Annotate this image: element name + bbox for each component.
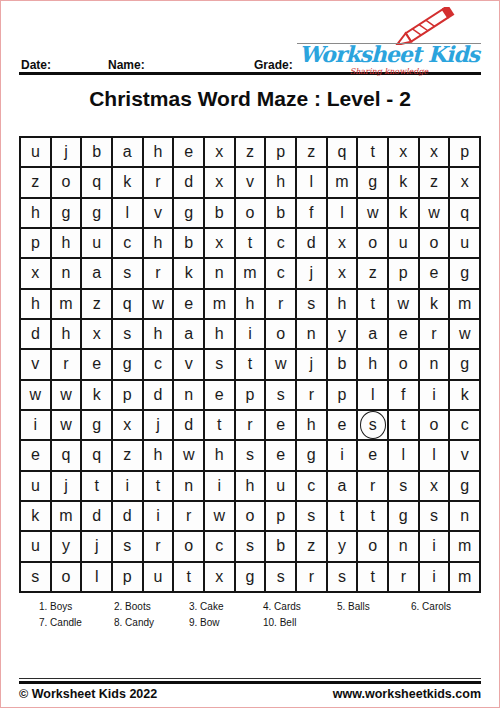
grid-cell-r8c3[interactable]: e (81, 349, 112, 379)
grid-cell-r7c12[interactable]: a (357, 319, 388, 349)
cell-letter: z (93, 296, 101, 312)
grid-cell-r14c9[interactable]: b (265, 531, 296, 561)
grid-cell-r6c2[interactable]: m (51, 289, 82, 319)
grid-cell-r9c6[interactable]: n (173, 380, 204, 410)
cell-letter: r (278, 296, 283, 312)
cell-letter: j (64, 144, 68, 160)
grid-cell-r12c2[interactable]: j (51, 471, 82, 501)
cell-letter: b (276, 538, 285, 554)
grid-cell-r10c14[interactable]: o (419, 410, 450, 440)
cell-letter: s (215, 356, 223, 372)
cell-letter: x (461, 174, 469, 190)
grid-cell-r9c3[interactable]: k (81, 380, 112, 410)
cell-letter: d (307, 235, 316, 251)
cell-letter: u (276, 478, 285, 494)
grid-cell-r2c1[interactable]: z (20, 167, 51, 197)
grid-cell-r4c4[interactable]: c (112, 228, 143, 258)
cell-letter: q (123, 296, 132, 312)
grid-cell-r5c5[interactable]: r (143, 258, 174, 288)
grid-cell-r3c11[interactable]: l (327, 198, 358, 228)
grid-cell-r13c7[interactable]: w (204, 501, 235, 531)
grid-cell-r6c8[interactable]: h (235, 289, 266, 319)
grid-cell-r12c12[interactable]: r (357, 471, 388, 501)
cell-letter: o (62, 174, 71, 190)
grid-cell-r3c3[interactable]: g (81, 198, 112, 228)
cell-letter: l (402, 447, 406, 463)
grid-cell-r5c11[interactable]: x (327, 258, 358, 288)
grid-cell-r12c5[interactable]: t (143, 471, 174, 501)
date-label: Date: (21, 58, 51, 72)
grid-cell-r7c3[interactable]: x (81, 319, 112, 349)
grid-cell-r13c14[interactable]: s (419, 501, 450, 531)
grid-cell-r9c1[interactable]: w (20, 380, 51, 410)
grid-cell-r4c12[interactable]: o (357, 228, 388, 258)
grid-cell-r9c11[interactable]: p (327, 380, 358, 410)
grid-cell-r5c9[interactable]: c (265, 258, 296, 288)
cell-letter: h (154, 447, 163, 463)
grid-cell-r7c13[interactable]: e (388, 319, 419, 349)
grid-cell-r15c13[interactable]: r (388, 562, 419, 592)
grid-cell-r2c2[interactable]: o (51, 167, 82, 197)
grid-cell-r15c12[interactable]: t (357, 562, 388, 592)
grid-cell-r6c4[interactable]: q (112, 289, 143, 319)
grid-cell-r3c12[interactable]: w (357, 198, 388, 228)
grid-cell-r10c15[interactable]: c (449, 410, 480, 440)
grid-cell-r1c12[interactable]: t (357, 137, 388, 167)
grid-cell-r10c5[interactable]: j (143, 410, 174, 440)
cell-letter: q (460, 205, 469, 221)
grid-cell-r2c12[interactable]: g (357, 167, 388, 197)
grid-cell-r9c9[interactable]: s (265, 380, 296, 410)
grid-cell-r8c7[interactable]: s (204, 349, 235, 379)
grid-cell-r14c7[interactable]: c (204, 531, 235, 561)
cell-letter: v (154, 205, 162, 221)
grid-cell-r6c5[interactable]: w (143, 289, 174, 319)
grid-cell-r8c12[interactable]: h (357, 349, 388, 379)
cell-letter: l (95, 569, 99, 585)
grid-cell-r8c5[interactable]: c (143, 349, 174, 379)
cell-letter: e (430, 265, 439, 281)
grid-cell-r4c2[interactable]: h (51, 228, 82, 258)
grid-cell-r15c7[interactable]: x (204, 562, 235, 592)
grid-cell-r11c8[interactable]: s (235, 440, 266, 470)
grid-cell-r7c14[interactable]: r (419, 319, 450, 349)
grid-cell-r9c4[interactable]: p (112, 380, 143, 410)
cell-letter: x (215, 174, 223, 190)
grid-cell-r5c2[interactable]: n (51, 258, 82, 288)
grid-cell-r7c4[interactable]: s (112, 319, 143, 349)
grid-cell-r14c4[interactable]: s (112, 531, 143, 561)
grid-cell-r14c3[interactable]: j (81, 531, 112, 561)
grid-cell-r7c2[interactable]: h (51, 319, 82, 349)
grid-cell-r4c15[interactable]: u (449, 228, 480, 258)
grid-cell-r9c14[interactable]: i (419, 380, 450, 410)
grid-cell-r8c1[interactable]: v (20, 349, 51, 379)
grid-cell-r2c9[interactable]: h (265, 167, 296, 197)
grid-cell-r2c15[interactable]: x (449, 167, 480, 197)
grid-cell-r3c4[interactable]: l (112, 198, 143, 228)
grid-cell-r13c13[interactable]: g (388, 501, 419, 531)
cell-letter: h (215, 447, 224, 463)
grid-cell-r1c4[interactable]: a (112, 137, 143, 167)
cell-letter: m (458, 538, 471, 554)
grid-cell-r13c15[interactable]: n (449, 501, 480, 531)
grid-cell-r11c11[interactable]: i (327, 440, 358, 470)
brand-logo: Worksheet Kids Sharing knowledge (295, 7, 483, 73)
cell-letter: s (430, 508, 438, 524)
cell-letter: e (184, 144, 193, 160)
grid-cell-r9c13[interactable]: f (388, 380, 419, 410)
grid-cell-r5c6[interactable]: k (173, 258, 204, 288)
grid-cell-r13c3[interactable]: d (81, 501, 112, 531)
grid-cell-r5c13[interactable]: p (388, 258, 419, 288)
grid-cell-r5c8[interactable]: m (235, 258, 266, 288)
cell-letter: t (156, 478, 160, 494)
grid-cell-r7c7[interactable]: h (204, 319, 235, 349)
grid-cell-r3c13[interactable]: k (388, 198, 419, 228)
grid-cell-r1c7[interactable]: x (204, 137, 235, 167)
grid-cell-r9c15[interactable]: k (449, 380, 480, 410)
grid-cell-r1c6[interactable]: e (173, 137, 204, 167)
cell-letter: h (368, 356, 377, 372)
grid-cell-r6c7[interactable]: m (204, 289, 235, 319)
grid-cell-r4c6[interactable]: b (173, 228, 204, 258)
grid-cell-r13c11[interactable]: t (327, 501, 358, 531)
grid-cell-r11c10[interactable]: g (296, 440, 327, 470)
grid-cell-r13c4[interactable]: d (112, 501, 143, 531)
cell-letter: n (399, 538, 408, 554)
grid-cell-r15c6[interactable]: t (173, 562, 204, 592)
grid-cell-r10c12[interactable]: s (357, 410, 388, 440)
grid-cell-r15c3[interactable]: l (81, 562, 112, 592)
grid-cell-r7c11[interactable]: y (327, 319, 358, 349)
cell-letter: k (31, 508, 39, 524)
grid-cell-r8c8[interactable]: t (235, 349, 266, 379)
word-item-bow: 9. Bow (189, 617, 263, 633)
grid-cell-r1c10[interactable]: z (296, 137, 327, 167)
cell-letter: o (276, 326, 285, 342)
cell-letter: g (246, 569, 255, 585)
grid-cell-r11c13[interactable]: l (388, 440, 419, 470)
grid-cell-r10c11[interactable]: e (327, 410, 358, 440)
grid-cell-r10c8[interactable]: r (235, 410, 266, 440)
grid-cell-r6c12[interactable]: t (357, 289, 388, 319)
grid-cell-r14c15[interactable]: m (449, 531, 480, 561)
grid-cell-r12c4[interactable]: i (112, 471, 143, 501)
grid-cell-r6c6[interactable]: e (173, 289, 204, 319)
cell-letter: i (218, 478, 222, 494)
grid-cell-r7c5[interactable]: h (143, 319, 174, 349)
grid-cell-r6c3[interactable]: z (81, 289, 112, 319)
grid-cell-r8c10[interactable]: j (296, 349, 327, 379)
cell-letter: m (335, 174, 348, 190)
cell-letter: y (338, 326, 346, 342)
grid-cell-r7c9[interactable]: o (265, 319, 296, 349)
cell-letter: l (340, 205, 344, 221)
grid-cell-r5c14[interactable]: e (419, 258, 450, 288)
grid-cell-r14c13[interactable]: n (388, 531, 419, 561)
grid-cell-r4c5[interactable]: h (143, 228, 174, 258)
cell-letter: t (340, 508, 344, 524)
cell-letter: z (369, 265, 377, 281)
cell-letter: g (460, 265, 469, 281)
grid-cell-r14c1[interactable]: u (20, 531, 51, 561)
grid-cell-r4c7[interactable]: x (204, 228, 235, 258)
cell-letter: a (92, 265, 101, 281)
grid-cell-r2c14[interactable]: z (419, 167, 450, 197)
grid-cell-r1c8[interactable]: z (235, 137, 266, 167)
grid-cell-r15c1[interactable]: s (20, 562, 51, 592)
grid-cell-r5c15[interactable]: g (449, 258, 480, 288)
grid-cell-r1c9[interactable]: p (265, 137, 296, 167)
cell-letter: x (93, 326, 101, 342)
grid-cell-r12c8[interactable]: h (235, 471, 266, 501)
cell-letter: e (276, 417, 285, 433)
grid-cell-r1c15[interactable]: p (449, 137, 480, 167)
grid-cell-r1c11[interactable]: q (327, 137, 358, 167)
grid-cell-r12c11[interactable]: a (327, 471, 358, 501)
grid-cell-r5c4[interactable]: s (112, 258, 143, 288)
grid-cell-r4c13[interactable]: u (388, 228, 419, 258)
grid-cell-r15c4[interactable]: p (112, 562, 143, 592)
cell-letter: b (92, 144, 101, 160)
grid-cell-r13c2[interactable]: m (51, 501, 82, 531)
grid-cell-r14c14[interactable]: i (419, 531, 450, 561)
grid-cell-r7c1[interactable]: d (20, 319, 51, 349)
grid-cell-r5c10[interactable]: j (296, 258, 327, 288)
grid-cell-r10c1[interactable]: i (20, 410, 51, 440)
grid-cell-r3c5[interactable]: v (143, 198, 174, 228)
grid-cell-r14c12[interactable]: o (357, 531, 388, 561)
cell-letter: h (154, 144, 163, 160)
grid-cell-r13c5[interactable]: i (143, 501, 174, 531)
grid-cell-r4c1[interactable]: p (20, 228, 51, 258)
grid-cell-r8c15[interactable]: g (449, 349, 480, 379)
grid-cell-r9c10[interactable]: r (296, 380, 327, 410)
grid-cell-r15c2[interactable]: o (51, 562, 82, 592)
cell-letter: w (367, 205, 379, 221)
grid-cell-r8c13[interactable]: o (388, 349, 419, 379)
grid-cell-r8c9[interactable]: w (265, 349, 296, 379)
grid-cell-r6c11[interactable]: h (327, 289, 358, 319)
grid-cell-r12c3[interactable]: t (81, 471, 112, 501)
grid-cell-r15c8[interactable]: g (235, 562, 266, 592)
grid-cell-r8c14[interactable]: n (419, 349, 450, 379)
grid-cell-r11c5[interactable]: h (143, 440, 174, 470)
grid-cell-r4c9[interactable]: c (265, 228, 296, 258)
grid-cell-r7c10[interactable]: n (296, 319, 327, 349)
grid-cell-r2c6[interactable]: d (173, 167, 204, 197)
grid-cell-r9c2[interactable]: w (51, 380, 82, 410)
grid-cell-r13c9[interactable]: p (265, 501, 296, 531)
cell-letter: h (154, 326, 163, 342)
grid-cell-r3c7[interactable]: b (204, 198, 235, 228)
grid-cell-r15c14[interactable]: i (419, 562, 450, 592)
grid-cell-r11c6[interactable]: w (173, 440, 204, 470)
cell-letter: k (430, 296, 438, 312)
grid-cell-r3c10[interactable]: f (296, 198, 327, 228)
grid-cell-r11c4[interactable]: z (112, 440, 143, 470)
grid-cell-r10c7[interactable]: t (204, 410, 235, 440)
cell-letter: t (248, 235, 252, 251)
grid-cell-r15c5[interactable]: u (143, 562, 174, 592)
grid-cell-r12c15[interactable]: g (449, 471, 480, 501)
cell-letter: m (59, 296, 72, 312)
cell-letter: r (401, 569, 406, 585)
grid-cell-r3c2[interactable]: g (51, 198, 82, 228)
cell-letter: g (62, 205, 71, 221)
name-label: Name: (108, 58, 145, 72)
grid-cell-r10c6[interactable]: d (173, 410, 204, 440)
grid-cell-r1c13[interactable]: x (388, 137, 419, 167)
grid-cell-r6c15[interactable]: m (449, 289, 480, 319)
grid-cell-r10c4[interactable]: x (112, 410, 143, 440)
grid-cell-r9c8[interactable]: p (235, 380, 266, 410)
cell-letter: s (338, 569, 346, 585)
grid-cell-r9c5[interactable]: d (143, 380, 174, 410)
grid-cell-r11c9[interactable]: e (265, 440, 296, 470)
grid-cell-r4c10[interactable]: d (296, 228, 327, 258)
grid-cell-r2c4[interactable]: k (112, 167, 143, 197)
grid-cell-r9c7[interactable]: e (204, 380, 235, 410)
grid-cell-r15c11[interactable]: s (327, 562, 358, 592)
grid-cell-r1c3[interactable]: b (81, 137, 112, 167)
grid-cell-r15c9[interactable]: s (265, 562, 296, 592)
grid-cell-r6c1[interactable]: h (20, 289, 51, 319)
grid-cell-r14c6[interactable]: o (173, 531, 204, 561)
grid-cell-r1c1[interactable]: u (20, 137, 51, 167)
grid-cell-r1c2[interactable]: j (51, 137, 82, 167)
grid-cell-r3c6[interactable]: g (173, 198, 204, 228)
grid-cell-r11c3[interactable]: q (81, 440, 112, 470)
grid-cell-r10c9[interactable]: e (265, 410, 296, 440)
grid-cell-r3c15[interactable]: q (449, 198, 480, 228)
grid-cell-r11c15[interactable]: v (449, 440, 480, 470)
grid-cell-r4c11[interactable]: x (327, 228, 358, 258)
grid-cell-r5c12[interactable]: z (357, 258, 388, 288)
grid-cell-r12c9[interactable]: u (265, 471, 296, 501)
grid-cell-r11c1[interactable]: e (20, 440, 51, 470)
grid-cell-r10c10[interactable]: h (296, 410, 327, 440)
grid-cell-r12c6[interactable]: n (173, 471, 204, 501)
grid-cell-r2c3[interactable]: q (81, 167, 112, 197)
grid-cell-r7c8[interactable]: i (235, 319, 266, 349)
grid-cell-r6c14[interactable]: k (419, 289, 450, 319)
grid-cell-r13c10[interactable]: s (296, 501, 327, 531)
grid-cell-r5c7[interactable]: n (204, 258, 235, 288)
grid-cell-r15c10[interactable]: r (296, 562, 327, 592)
grid-cell-r8c2[interactable]: r (51, 349, 82, 379)
cell-letter: b (184, 235, 193, 251)
cell-letter: n (215, 265, 224, 281)
grid-cell-r8c4[interactable]: g (112, 349, 143, 379)
grid-cell-r8c6[interactable]: v (173, 349, 204, 379)
grid-cell-r2c7[interactable]: x (204, 167, 235, 197)
grid-cell-r9c12[interactable]: l (357, 380, 388, 410)
grid-cell-r13c6[interactable]: r (173, 501, 204, 531)
grid-cell-r7c15[interactable]: w (449, 319, 480, 349)
grid-cell-r4c14[interactable]: o (419, 228, 450, 258)
grid-cell-r14c8[interactable]: s (235, 531, 266, 561)
cell-letter: d (184, 417, 193, 433)
cell-letter: h (246, 296, 255, 312)
grid-cell-r2c8[interactable]: v (235, 167, 266, 197)
cell-letter: r (431, 326, 436, 342)
grid-cell-r14c11[interactable]: y (327, 531, 358, 561)
grid-cell-r12c10[interactable]: c (296, 471, 327, 501)
grid-cell-r14c5[interactable]: r (143, 531, 174, 561)
grid-cell-r2c11[interactable]: m (327, 167, 358, 197)
grid-cell-r6c9[interactable]: r (265, 289, 296, 319)
cell-letter: s (307, 296, 315, 312)
grid-cell-r6c13[interactable]: w (388, 289, 419, 319)
cell-letter: z (31, 174, 39, 190)
cell-letter: w (30, 387, 42, 403)
cell-letter: u (460, 235, 469, 251)
cell-letter: t (370, 569, 374, 585)
cell-letter: g (399, 508, 408, 524)
grid-cell-r12c14[interactable]: x (419, 471, 450, 501)
grid-cell-r13c12[interactable]: t (357, 501, 388, 531)
grid-cell-r13c8[interactable]: o (235, 501, 266, 531)
grid-cell-r14c10[interactable]: z (296, 531, 327, 561)
grid-cell-r2c13[interactable]: k (388, 167, 419, 197)
grid-cell-r3c14[interactable]: w (419, 198, 450, 228)
cell-letter: p (460, 144, 469, 160)
cell-letter: w (60, 417, 72, 433)
cell-letter: b (276, 205, 285, 221)
grid-cell-r15c15[interactable]: m (449, 562, 480, 592)
grid-cell-r10c3[interactable]: g (81, 410, 112, 440)
grid-cell-r4c3[interactable]: u (81, 228, 112, 258)
cell-letter: b (215, 205, 224, 221)
cell-letter: o (246, 205, 255, 221)
grid-cell-r3c1[interactable]: h (20, 198, 51, 228)
grid-cell-r13c1[interactable]: k (20, 501, 51, 531)
cell-letter: w (214, 508, 226, 524)
grid-cell-r10c2[interactable]: w (51, 410, 82, 440)
grid-cell-r1c5[interactable]: h (143, 137, 174, 167)
cell-letter: u (92, 235, 101, 251)
grid-cell-r12c7[interactable]: i (204, 471, 235, 501)
cell-letter: o (62, 569, 71, 585)
grid-cell-r2c5[interactable]: r (143, 167, 174, 197)
grid-cell-r11c12[interactable]: e (357, 440, 388, 470)
cell-letter: p (276, 144, 285, 160)
grid-cell-r12c1[interactable]: u (20, 471, 51, 501)
grid-cell-r14c2[interactable]: y (51, 531, 82, 561)
grid-cell-r11c2[interactable]: q (51, 440, 82, 470)
cell-letter: p (123, 387, 132, 403)
grid-cell-r11c14[interactable]: l (419, 440, 450, 470)
grid-cell-r7c6[interactable]: a (173, 319, 204, 349)
grid-cell-r8c11[interactable]: b (327, 349, 358, 379)
grid-cell-r2c10[interactable]: l (296, 167, 327, 197)
grid-cell-r11c7[interactable]: h (204, 440, 235, 470)
grid-cell-r5c3[interactable]: a (81, 258, 112, 288)
grid-cell-r3c9[interactable]: b (265, 198, 296, 228)
grid-cell-r5c1[interactable]: x (20, 258, 51, 288)
grid-cell-r10c13[interactable]: t (388, 410, 419, 440)
grid-cell-r3c8[interactable]: o (235, 198, 266, 228)
cell-letter: s (123, 538, 131, 554)
cell-letter: j (95, 538, 99, 554)
grid-cell-r12c13[interactable]: s (388, 471, 419, 501)
grid-cell-r4c8[interactable]: t (235, 228, 266, 258)
grid-cell-r6c10[interactable]: s (296, 289, 327, 319)
grid-cell-r1c14[interactable]: x (419, 137, 450, 167)
word-item-candy: 8. Candy (114, 617, 189, 633)
